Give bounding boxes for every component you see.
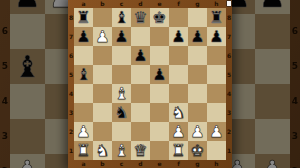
- square-d8[interactable]: ♛: [131, 8, 150, 27]
- square-g1[interactable]: ♚: [188, 141, 207, 160]
- square-h6[interactable]: [207, 46, 226, 65]
- square-a3[interactable]: [74, 103, 93, 122]
- background-black-bishop-a5: ♝: [14, 49, 41, 84]
- background-white-pawn-a2: ♟: [14, 154, 41, 168]
- square-e7[interactable]: [150, 27, 169, 46]
- background-rank-label-3-right: 3: [290, 119, 300, 154]
- rank-label-3-right: 3: [226, 103, 232, 122]
- white-bishop-c4[interactable]: ♝: [114, 84, 128, 103]
- square-b7[interactable]: ♟: [93, 27, 112, 46]
- white-queen-d1[interactable]: ♛: [133, 141, 147, 160]
- board: abcdefgh8♜♝♛♚♜87♟♟♟♟♟♟76♟65♝♟54♝43♞♞32♟♟…: [68, 0, 232, 168]
- white-pawn-h2[interactable]: ♟: [209, 122, 223, 141]
- file-label-g-bottom: g: [188, 160, 207, 168]
- black-rook-a8[interactable]: ♜: [76, 8, 90, 27]
- black-pawn-e5[interactable]: ♟: [152, 65, 166, 84]
- black-king-e8[interactable]: ♚: [152, 8, 166, 27]
- rank-label-7-right: 7: [226, 27, 232, 46]
- file-label-b-bottom: b: [93, 160, 112, 168]
- square-h1[interactable]: [207, 141, 226, 160]
- background-square-h5: [255, 49, 290, 84]
- background-black-pawn-a7: ♟: [14, 0, 41, 14]
- background-square-a5: ♝: [10, 49, 45, 84]
- square-c6[interactable]: [112, 46, 131, 65]
- background-rank-label-7-right: 7: [290, 0, 300, 14]
- square-a5[interactable]: ♝: [74, 65, 93, 84]
- white-to-move-indicator: [227, 1, 231, 6]
- file-label-a-bottom: a: [74, 160, 93, 168]
- square-g3[interactable]: [188, 103, 207, 122]
- background-rank-label-2-left: 2: [0, 154, 10, 168]
- background-rank-label-4-right: 4: [290, 84, 300, 119]
- black-bishop-a5[interactable]: ♝: [76, 65, 90, 84]
- black-pawn-c7[interactable]: ♟: [114, 27, 128, 46]
- square-e1[interactable]: [150, 141, 169, 160]
- white-pawn-a2[interactable]: ♟: [76, 122, 90, 141]
- rank-label-1-right: 1: [226, 141, 232, 160]
- square-b1[interactable]: ♞: [93, 141, 112, 160]
- white-rook-f1[interactable]: ♜: [171, 141, 185, 160]
- background-rank-label-3-left: 3: [0, 119, 10, 154]
- square-c2[interactable]: [112, 122, 131, 141]
- rank-label-8-right: 8: [226, 8, 232, 27]
- background-rank-label-4-left: 4: [0, 84, 10, 119]
- file-label-c-top: c: [112, 0, 131, 8]
- square-a2[interactable]: ♟: [74, 122, 93, 141]
- background-rank-label-2-right: 2: [290, 154, 300, 168]
- black-pawn-h7[interactable]: ♟: [209, 27, 223, 46]
- square-g8[interactable]: [188, 8, 207, 27]
- background-rank-label-5-left: 5: [0, 49, 10, 84]
- square-f3[interactable]: ♞: [169, 103, 188, 122]
- background-square-h4: [255, 84, 290, 119]
- background-square-a6: [10, 14, 45, 49]
- square-h4[interactable]: [207, 84, 226, 103]
- square-h5[interactable]: [207, 65, 226, 84]
- square-h3[interactable]: [207, 103, 226, 122]
- square-g7[interactable]: ♟: [188, 27, 207, 46]
- square-g5[interactable]: [188, 65, 207, 84]
- square-f2[interactable]: ♟: [169, 122, 188, 141]
- square-c7[interactable]: ♟: [112, 27, 131, 46]
- square-a7[interactable]: ♟: [74, 27, 93, 46]
- background-rank-label-6-right: 6: [290, 14, 300, 49]
- square-g4[interactable]: [188, 84, 207, 103]
- square-b3[interactable]: [93, 103, 112, 122]
- background-rank-label-7-left: 7: [0, 0, 10, 14]
- white-king-g1[interactable]: ♚: [190, 141, 204, 160]
- square-b5[interactable]: [93, 65, 112, 84]
- file-label-h-bottom: h: [207, 160, 226, 168]
- rank-label-2-right: 2: [226, 122, 232, 141]
- file-label-d-bottom: d: [131, 160, 150, 168]
- background-square-a4: [10, 84, 45, 119]
- background-square-a2: ♟: [10, 154, 45, 168]
- background-rank-label-5-right: 5: [290, 49, 300, 84]
- chess-app-screen: abcdefgh8♜♝♛♚♜87♟♟♟♟♟♟76♟65♝♟54♝43♞♞32♟♟…: [0, 0, 300, 168]
- file-label-e-top: e: [150, 0, 169, 8]
- square-e8[interactable]: ♚: [150, 8, 169, 27]
- square-a1[interactable]: ♜: [74, 141, 93, 160]
- file-label-g-top: g: [188, 0, 207, 8]
- black-pawn-a7[interactable]: ♟: [76, 27, 90, 46]
- square-f5[interactable]: [169, 65, 188, 84]
- white-pawn-b7[interactable]: ♟: [95, 27, 109, 46]
- black-pawn-d6[interactable]: ♟: [133, 46, 147, 65]
- white-pawn-g2[interactable]: ♟: [190, 122, 204, 141]
- file-label-c-bottom: c: [112, 160, 131, 168]
- square-c4[interactable]: ♝: [112, 84, 131, 103]
- rank-label-4-right: 4: [226, 84, 232, 103]
- background-square-a3: [10, 119, 45, 154]
- file-label-d-top: d: [131, 0, 150, 8]
- square-d5[interactable]: [131, 65, 150, 84]
- square-c5[interactable]: [112, 65, 131, 84]
- square-f7[interactable]: ♟: [169, 27, 188, 46]
- black-pawn-g7[interactable]: ♟: [190, 27, 204, 46]
- rank-label-5-right: 5: [226, 65, 232, 84]
- square-d6[interactable]: ♟: [131, 46, 150, 65]
- square-d4[interactable]: [131, 84, 150, 103]
- square-b2[interactable]: [93, 122, 112, 141]
- square-b6[interactable]: [93, 46, 112, 65]
- square-c1[interactable]: ♝: [112, 141, 131, 160]
- background-square-h6: [255, 14, 290, 49]
- file-label-f-top: f: [169, 0, 188, 8]
- square-d1[interactable]: ♛: [131, 141, 150, 160]
- black-bishop-c8[interactable]: ♝: [114, 8, 128, 27]
- background-black-pawn-h7: ♟: [259, 0, 286, 14]
- white-knight-f3[interactable]: ♞: [171, 103, 185, 122]
- background-square-h7: ♟: [255, 0, 290, 14]
- square-h7[interactable]: ♟: [207, 27, 226, 46]
- square-g2[interactable]: ♟: [188, 122, 207, 141]
- square-f4[interactable]: [169, 84, 188, 103]
- background-square-h2: ♟: [255, 154, 290, 168]
- white-knight-b1[interactable]: ♞: [95, 141, 109, 160]
- black-queen-d8[interactable]: ♛: [133, 8, 147, 27]
- square-e2[interactable]: [150, 122, 169, 141]
- file-label-a-top: a: [74, 0, 93, 8]
- file-label-e-bottom: e: [150, 160, 169, 168]
- black-pawn-f7[interactable]: ♟: [171, 27, 185, 46]
- square-c3[interactable]: ♞: [112, 103, 131, 122]
- square-d3[interactable]: [131, 103, 150, 122]
- square-b8[interactable]: [93, 8, 112, 27]
- background-white-pawn-h2: ♟: [259, 154, 286, 168]
- square-d2[interactable]: [131, 122, 150, 141]
- white-pawn-f2[interactable]: ♟: [171, 122, 185, 141]
- background-square-h3: [255, 119, 290, 154]
- file-label-h-top: h: [207, 0, 226, 8]
- square-f6[interactable]: [169, 46, 188, 65]
- file-label-b-top: b: [93, 0, 112, 8]
- square-e5[interactable]: ♟: [150, 65, 169, 84]
- square-d7[interactable]: [131, 27, 150, 46]
- square-g6[interactable]: [188, 46, 207, 65]
- rank-label-6-right: 6: [226, 46, 232, 65]
- border-corner: [226, 160, 232, 168]
- square-f8[interactable]: [169, 8, 188, 27]
- square-e4[interactable]: [150, 84, 169, 103]
- square-e3[interactable]: [150, 103, 169, 122]
- square-a4[interactable]: [74, 84, 93, 103]
- square-b4[interactable]: [93, 84, 112, 103]
- square-h2[interactable]: ♟: [207, 122, 226, 141]
- background-square-a7: ♟: [10, 0, 45, 14]
- white-rook-a1[interactable]: ♜: [76, 141, 90, 160]
- square-a6[interactable]: [74, 46, 93, 65]
- square-e6[interactable]: [150, 46, 169, 65]
- square-a8[interactable]: ♜: [74, 8, 93, 27]
- file-label-f-bottom: f: [169, 160, 188, 168]
- square-f1[interactable]: ♜: [169, 141, 188, 160]
- background-rank-label-6-left: 6: [0, 14, 10, 49]
- square-h8[interactable]: ♜: [207, 8, 226, 27]
- black-rook-h8[interactable]: ♜: [209, 8, 223, 27]
- black-knight-c3[interactable]: ♞: [114, 103, 128, 122]
- white-bishop-c1[interactable]: ♝: [114, 141, 128, 160]
- square-c8[interactable]: ♝: [112, 8, 131, 27]
